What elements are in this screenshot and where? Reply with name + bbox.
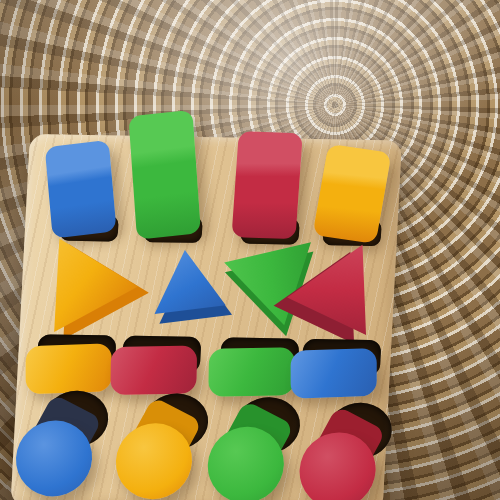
cell-r4c3	[202, 411, 300, 500]
piece-blue-rectangular-prism	[45, 140, 117, 239]
shape-sorter-board	[11, 134, 402, 500]
cell-r4c2	[110, 410, 208, 500]
cell-r2c4	[304, 243, 397, 338]
cell-r2c1	[20, 238, 125, 334]
cell-r4c1	[10, 408, 116, 500]
piece-yellow-rounded-rectangle	[26, 343, 112, 394]
cell-r2c3	[212, 241, 309, 337]
cell-r3c4	[300, 337, 392, 414]
piece-blue-rounded-rectangle	[291, 348, 377, 399]
piece-blue-cylinder	[14, 420, 94, 497]
cell-r4c4	[294, 413, 388, 500]
cell-r1c3	[217, 137, 314, 243]
piece-red-rectangular-prism	[231, 131, 302, 239]
cell-r2c2	[120, 240, 217, 336]
piece-red-rounded-rectangle	[110, 345, 197, 394]
piece-green-cylinder	[206, 426, 286, 500]
shape-grid	[11, 134, 402, 500]
photo-scene	[0, 0, 500, 500]
cell-r1c1	[25, 134, 130, 240]
piece-yellow-cylinder	[114, 423, 194, 500]
cell-r1c4	[309, 139, 402, 244]
piece-green-rounded-rectangle	[208, 347, 295, 396]
piece-green-rectangular-prism	[128, 110, 201, 240]
cell-r1c2	[125, 136, 222, 242]
